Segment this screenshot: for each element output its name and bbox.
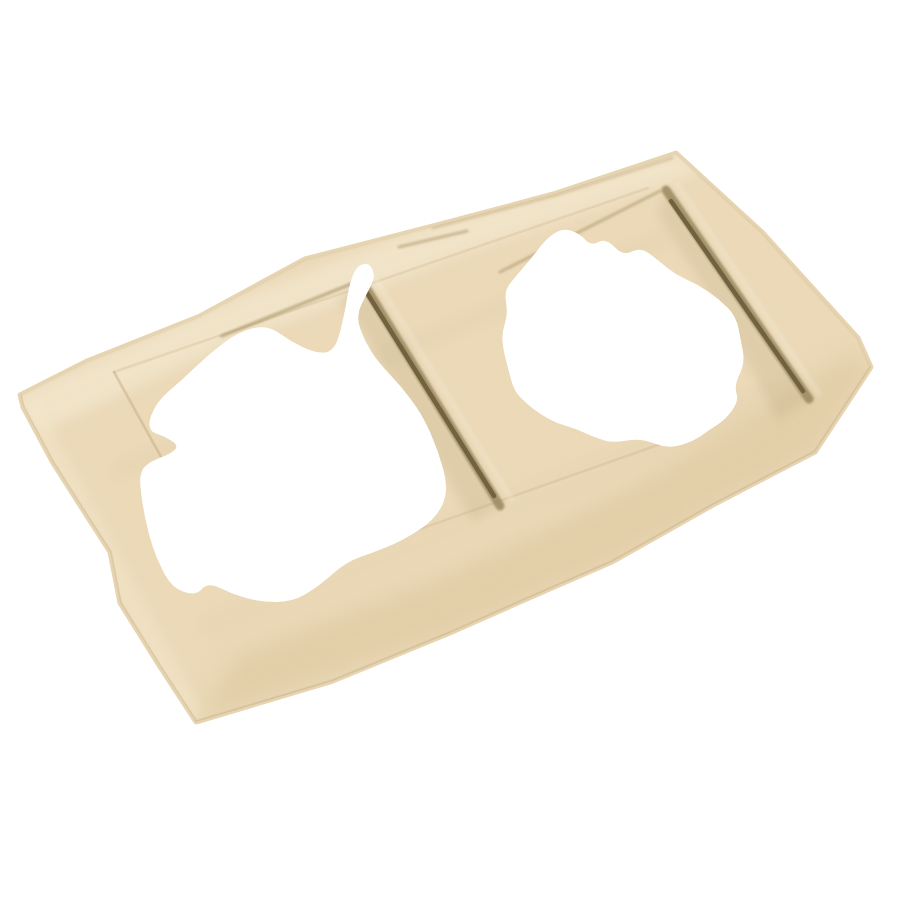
product-photo-wall-plate-frame bbox=[0, 0, 900, 900]
scene-svg bbox=[0, 0, 900, 900]
